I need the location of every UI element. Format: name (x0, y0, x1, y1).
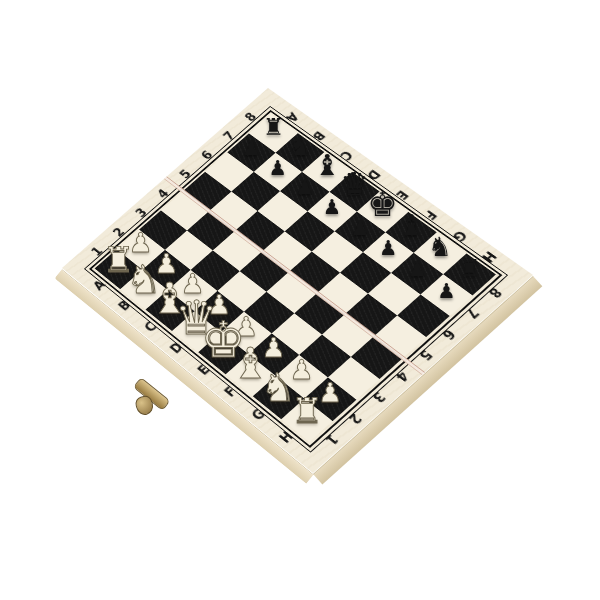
rank-label-8-left: 8 (243, 111, 259, 124)
piece-black-rook[interactable]: ♜ (263, 116, 284, 140)
piece-black-pawn[interactable]: ♟ (269, 157, 287, 178)
piece-black-pawn[interactable]: ♟ (323, 197, 341, 218)
product-photo-stage: 1122334455667788AABBCCDDEEFFGGHH ♜♞♝♛♚♝♞… (0, 0, 600, 600)
file-label-b-far: B (310, 129, 327, 143)
piece-black-bishop[interactable]: ♝ (398, 211, 424, 240)
rank-label-8-right: 8 (486, 285, 505, 299)
piece-black-pawn[interactable]: ♟ (351, 217, 369, 238)
piece-black-queen[interactable]: ♛ (340, 168, 369, 200)
file-label-h-near: H (277, 430, 296, 446)
rank-label-7-left: 7 (221, 130, 237, 143)
piece-black-bishop[interactable]: ♝ (314, 150, 340, 179)
rank-label-2-left: 2 (111, 226, 127, 239)
piece-black-pawn[interactable]: ♟ (295, 177, 313, 198)
rank-label-1-right: 1 (322, 432, 340, 447)
piece-black-pawn[interactable]: ♟ (242, 138, 260, 159)
file-label-a-far: A (283, 110, 300, 123)
piece-black-pawn[interactable]: ♟ (379, 238, 397, 259)
piece-black-knight[interactable]: ♞ (428, 234, 452, 261)
rank-label-3-left: 3 (133, 206, 149, 219)
rank-label-3-right: 3 (369, 390, 387, 405)
rank-label-5-right: 5 (416, 348, 434, 363)
piece-black-king[interactable]: ♚ (367, 186, 397, 220)
file-label-a-near: A (91, 278, 108, 292)
piece-black-pawn[interactable]: ♟ (437, 280, 455, 301)
rank-label-2-right: 2 (346, 411, 364, 426)
rank-label-4-right: 4 (393, 369, 411, 384)
rank-label-6-right: 6 (439, 327, 457, 342)
piece-black-knight[interactable]: ♞ (288, 133, 312, 160)
rank-label-6-left: 6 (199, 149, 215, 162)
rank-label-5-left: 5 (177, 168, 193, 181)
rank-label-7-right: 7 (462, 306, 480, 321)
rank-label-4-left: 4 (155, 187, 171, 200)
piece-white-rook[interactable]: ♜ (291, 394, 322, 429)
file-label-g-far: G (450, 228, 469, 243)
piece-black-pawn[interactable]: ♟ (408, 259, 426, 280)
piece-black-rook[interactable]: ♜ (459, 257, 480, 281)
file-label-h-far: H (479, 249, 499, 264)
